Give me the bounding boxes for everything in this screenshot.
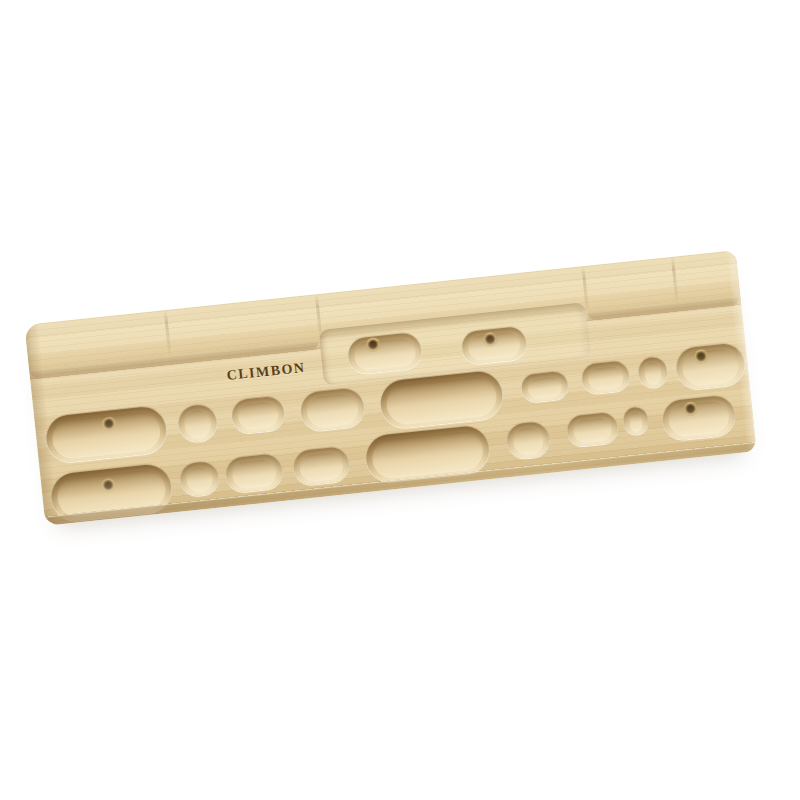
screw-hole <box>682 401 700 419</box>
finger-pocket-middle-8 <box>637 356 668 389</box>
finger-pocket-middle-4 <box>299 387 366 432</box>
finger-pocket-bottom-9 <box>661 394 737 441</box>
finger-pocket-middle-3 <box>230 395 285 434</box>
screw-hole <box>100 416 118 434</box>
screw-hole <box>100 477 118 495</box>
finger-pocket-bottom-2 <box>179 461 220 498</box>
finger-pocket-bottom-3 <box>224 453 283 494</box>
brand-text: CLIMBON <box>226 360 306 384</box>
finger-pocket-middle-6 <box>520 371 569 404</box>
finger-pocket-middle-1 <box>44 405 168 464</box>
product-photo: CLIMBON <box>0 0 800 800</box>
top-step-line <box>671 257 678 300</box>
finger-pocket-middle-7 <box>581 360 631 395</box>
finger-pocket-middle-2 <box>177 403 219 443</box>
sloper-front-edge-right <box>586 293 742 323</box>
finger-pocket-bottom-6 <box>506 421 551 460</box>
top-step-line <box>315 294 322 337</box>
hangboard: CLIMBON <box>24 250 756 526</box>
screw-hole <box>693 349 711 367</box>
finger-pocket-bottom-7 <box>566 412 619 448</box>
finger-pocket-middle-5 <box>378 369 504 429</box>
screw-hole <box>365 337 383 355</box>
finger-pocket-bottom-8 <box>622 406 649 435</box>
screw-hole <box>482 331 500 349</box>
top-step-line <box>581 266 588 309</box>
finger-pocket-bottom-4 <box>292 446 350 487</box>
top-step-line <box>164 310 171 353</box>
